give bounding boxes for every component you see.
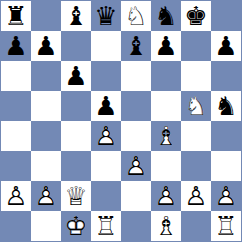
square-b1[interactable] bbox=[31, 211, 61, 241]
square-a6[interactable] bbox=[1, 61, 31, 91]
piece-black-pawn[interactable]: ♟ bbox=[211, 31, 241, 61]
square-g8[interactable]: ♚ bbox=[181, 1, 211, 31]
square-e1[interactable] bbox=[121, 211, 151, 241]
piece-white-rook[interactable]: ♜♖ bbox=[211, 211, 241, 241]
piece-black-pawn[interactable]: ♟ bbox=[1, 31, 31, 61]
piece-black-pawn[interactable]: ♟ bbox=[91, 91, 121, 121]
piece-white-pawn[interactable]: ♟♙ bbox=[31, 181, 61, 211]
square-e2[interactable] bbox=[121, 181, 151, 211]
square-a5[interactable] bbox=[1, 91, 31, 121]
piece-black-rook[interactable]: ♜ bbox=[1, 1, 31, 31]
piece-white-pawn[interactable]: ♟♙ bbox=[91, 121, 121, 151]
square-h5[interactable]: ♞ bbox=[211, 91, 241, 121]
square-g5[interactable]: ♞♘ bbox=[181, 91, 211, 121]
square-c6[interactable]: ♟ bbox=[61, 61, 91, 91]
square-f8[interactable]: ♞ bbox=[151, 1, 181, 31]
piece-white-knight[interactable]: ♞♘ bbox=[181, 91, 211, 121]
white-piece-outline-glyph: ♘ bbox=[121, 1, 151, 31]
square-a2[interactable]: ♟♙ bbox=[1, 181, 31, 211]
piece-white-king[interactable]: ♚♔ bbox=[61, 211, 91, 241]
white-piece-outline-glyph: ♔ bbox=[61, 211, 91, 241]
square-e4[interactable] bbox=[121, 121, 151, 151]
square-e6[interactable] bbox=[121, 61, 151, 91]
piece-black-bishop[interactable]: ♝ bbox=[121, 31, 151, 61]
white-piece-outline-glyph: ♙ bbox=[121, 151, 151, 181]
white-piece-outline-glyph: ♙ bbox=[151, 181, 181, 211]
square-b8[interactable] bbox=[31, 1, 61, 31]
square-h2[interactable]: ♟♙ bbox=[211, 181, 241, 211]
square-g7[interactable] bbox=[181, 31, 211, 61]
chess-board: ♜♝♛♞♘♞♚♟♟♝♟♟♟♟♞♘♞♟♙♝♗♟♙♟♙♟♙♛♕♟♙♟♙♟♙♚♔♜♖♝… bbox=[0, 0, 242, 242]
square-d4[interactable]: ♟♙ bbox=[91, 121, 121, 151]
square-a4[interactable] bbox=[1, 121, 31, 151]
piece-white-bishop[interactable]: ♝♗ bbox=[151, 211, 181, 241]
square-c3[interactable] bbox=[61, 151, 91, 181]
piece-white-pawn[interactable]: ♟♙ bbox=[1, 181, 31, 211]
square-a3[interactable] bbox=[1, 151, 31, 181]
white-piece-outline-glyph: ♖ bbox=[211, 211, 241, 241]
square-f6[interactable] bbox=[151, 61, 181, 91]
square-c4[interactable] bbox=[61, 121, 91, 151]
piece-white-pawn[interactable]: ♟♙ bbox=[121, 151, 151, 181]
piece-black-bishop[interactable]: ♝ bbox=[61, 1, 91, 31]
piece-black-pawn[interactable]: ♟ bbox=[151, 31, 181, 61]
square-b6[interactable] bbox=[31, 61, 61, 91]
white-piece-outline-glyph: ♗ bbox=[151, 121, 181, 151]
square-e7[interactable]: ♝ bbox=[121, 31, 151, 61]
square-b7[interactable]: ♟ bbox=[31, 31, 61, 61]
piece-white-pawn[interactable]: ♟♙ bbox=[181, 181, 211, 211]
square-e3[interactable]: ♟♙ bbox=[121, 151, 151, 181]
white-piece-outline-glyph: ♙ bbox=[211, 181, 241, 211]
square-f2[interactable]: ♟♙ bbox=[151, 181, 181, 211]
square-a8[interactable]: ♜ bbox=[1, 1, 31, 31]
square-d8[interactable]: ♛ bbox=[91, 1, 121, 31]
piece-white-bishop[interactable]: ♝♗ bbox=[151, 121, 181, 151]
piece-white-queen[interactable]: ♛♕ bbox=[61, 181, 91, 211]
piece-black-pawn[interactable]: ♟ bbox=[31, 31, 61, 61]
square-d2[interactable] bbox=[91, 181, 121, 211]
piece-white-pawn[interactable]: ♟♙ bbox=[211, 181, 241, 211]
square-h7[interactable]: ♟ bbox=[211, 31, 241, 61]
piece-black-king[interactable]: ♚ bbox=[181, 1, 211, 31]
square-a1[interactable] bbox=[1, 211, 31, 241]
square-b4[interactable] bbox=[31, 121, 61, 151]
piece-black-queen[interactable]: ♛ bbox=[91, 1, 121, 31]
square-g3[interactable] bbox=[181, 151, 211, 181]
white-piece-outline-glyph: ♘ bbox=[181, 91, 211, 121]
square-b3[interactable] bbox=[31, 151, 61, 181]
square-e5[interactable] bbox=[121, 91, 151, 121]
piece-black-pawn[interactable]: ♟ bbox=[61, 61, 91, 91]
square-h4[interactable] bbox=[211, 121, 241, 151]
square-g2[interactable]: ♟♙ bbox=[181, 181, 211, 211]
piece-white-rook[interactable]: ♜♖ bbox=[91, 211, 121, 241]
white-piece-outline-glyph: ♙ bbox=[181, 181, 211, 211]
white-piece-outline-glyph: ♙ bbox=[31, 181, 61, 211]
piece-white-knight[interactable]: ♞♘ bbox=[121, 1, 151, 31]
square-h3[interactable] bbox=[211, 151, 241, 181]
square-g1[interactable] bbox=[181, 211, 211, 241]
white-piece-outline-glyph: ♗ bbox=[151, 211, 181, 241]
square-h1[interactable]: ♜♖ bbox=[211, 211, 241, 241]
square-d5[interactable]: ♟ bbox=[91, 91, 121, 121]
piece-black-knight[interactable]: ♞ bbox=[211, 91, 241, 121]
square-a7[interactable]: ♟ bbox=[1, 31, 31, 61]
white-piece-outline-glyph: ♙ bbox=[91, 121, 121, 151]
white-piece-outline-glyph: ♖ bbox=[91, 211, 121, 241]
square-d3[interactable] bbox=[91, 151, 121, 181]
square-d6[interactable] bbox=[91, 61, 121, 91]
white-piece-outline-glyph: ♕ bbox=[61, 181, 91, 211]
square-c1[interactable]: ♚♔ bbox=[61, 211, 91, 241]
square-f3[interactable] bbox=[151, 151, 181, 181]
square-f4[interactable]: ♝♗ bbox=[151, 121, 181, 151]
square-h6[interactable] bbox=[211, 61, 241, 91]
square-h8[interactable] bbox=[211, 1, 241, 31]
square-b2[interactable]: ♟♙ bbox=[31, 181, 61, 211]
piece-white-pawn[interactable]: ♟♙ bbox=[151, 181, 181, 211]
square-g4[interactable] bbox=[181, 121, 211, 151]
square-c2[interactable]: ♛♕ bbox=[61, 181, 91, 211]
square-g6[interactable] bbox=[181, 61, 211, 91]
square-c8[interactable]: ♝ bbox=[61, 1, 91, 31]
square-c5[interactable] bbox=[61, 91, 91, 121]
square-f5[interactable] bbox=[151, 91, 181, 121]
square-f7[interactable]: ♟ bbox=[151, 31, 181, 61]
square-e8[interactable]: ♞♘ bbox=[121, 1, 151, 31]
piece-black-knight[interactable]: ♞ bbox=[151, 1, 181, 31]
square-d1[interactable]: ♜♖ bbox=[91, 211, 121, 241]
white-piece-outline-glyph: ♙ bbox=[1, 181, 31, 211]
square-d7[interactable] bbox=[91, 31, 121, 61]
square-f1[interactable]: ♝♗ bbox=[151, 211, 181, 241]
square-c7[interactable] bbox=[61, 31, 91, 61]
square-b5[interactable] bbox=[31, 91, 61, 121]
